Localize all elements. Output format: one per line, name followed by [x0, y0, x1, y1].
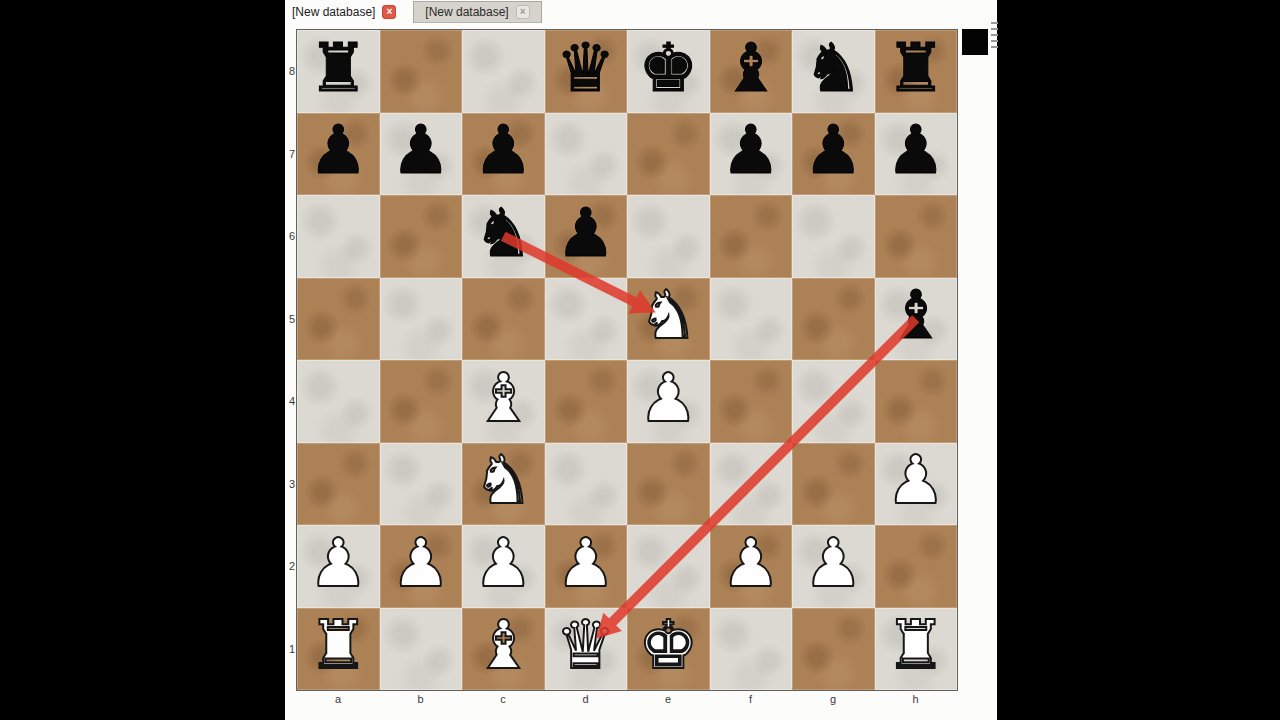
grip-tick — [991, 22, 998, 24]
square-a4[interactable] — [297, 360, 380, 443]
piece-black-bishop[interactable]: ♝ — [886, 282, 946, 349]
square-h8[interactable]: ♜ — [875, 30, 958, 113]
file-label-b: b — [380, 693, 462, 707]
square-c1[interactable]: ♝ — [462, 608, 545, 691]
square-g6[interactable] — [792, 195, 875, 278]
square-f4[interactable] — [710, 360, 793, 443]
piece-white-queen[interactable]: ♛ — [556, 612, 616, 679]
file-label-e: e — [627, 693, 709, 707]
square-d6[interactable]: ♟ — [545, 195, 628, 278]
square-g5[interactable] — [792, 278, 875, 361]
piece-white-knight[interactable]: ♞ — [473, 447, 533, 514]
piece-black-pawn[interactable]: ♟ — [721, 117, 781, 184]
rank-label-5: 5 — [285, 278, 295, 360]
file-label-c: c — [462, 693, 544, 707]
piece-black-pawn[interactable]: ♟ — [473, 117, 533, 184]
rank-label-6: 6 — [285, 195, 295, 277]
square-d4[interactable] — [545, 360, 628, 443]
square-e4[interactable]: ♟ — [627, 360, 710, 443]
square-f5[interactable] — [710, 278, 793, 361]
square-b4[interactable] — [380, 360, 463, 443]
chess-board: ♜♛♚♝♞♜♟♟♟♟♟♟♞♟♞♝♝♟♞♟♟♟♟♟♟♟♜♝♛♚♜ — [297, 30, 957, 690]
rank-label-4: 4 — [285, 360, 295, 442]
square-h7[interactable]: ♟ — [875, 113, 958, 196]
square-h1[interactable]: ♜ — [875, 608, 958, 691]
square-g1[interactable] — [792, 608, 875, 691]
square-c7[interactable]: ♟ — [462, 113, 545, 196]
square-b3[interactable] — [380, 443, 463, 526]
database-panel: [New database] × [New database] × 876543… — [285, 0, 997, 720]
piece-black-king[interactable]: ♚ — [638, 35, 698, 102]
rank-label-7: 7 — [285, 113, 295, 195]
piece-black-pawn[interactable]: ♟ — [391, 117, 451, 184]
piece-black-knight[interactable]: ♞ — [803, 35, 863, 102]
square-a1[interactable]: ♜ — [297, 608, 380, 691]
rank-label-8: 8 — [285, 30, 295, 112]
piece-white-knight[interactable]: ♞ — [638, 282, 698, 349]
square-h5[interactable]: ♝ — [875, 278, 958, 361]
square-g7[interactable]: ♟ — [792, 113, 875, 196]
square-b5[interactable] — [380, 278, 463, 361]
rank-label-1: 1 — [285, 608, 295, 690]
file-label-g: g — [792, 693, 874, 707]
square-c2[interactable]: ♟ — [462, 525, 545, 608]
square-d5[interactable] — [545, 278, 628, 361]
piece-white-pawn[interactable]: ♟ — [473, 530, 533, 597]
tab-close-icon[interactable]: × — [516, 5, 530, 19]
square-h2[interactable] — [875, 525, 958, 608]
square-e8[interactable]: ♚ — [627, 30, 710, 113]
piece-white-rook[interactable]: ♜ — [886, 612, 946, 679]
grip-tick — [991, 46, 998, 48]
piece-black-pawn[interactable]: ♟ — [886, 117, 946, 184]
rank-label-3: 3 — [285, 443, 295, 525]
square-c4[interactable]: ♝ — [462, 360, 545, 443]
square-e6[interactable] — [627, 195, 710, 278]
square-a5[interactable] — [297, 278, 380, 361]
piece-white-pawn[interactable]: ♟ — [638, 365, 698, 432]
grip-tick — [991, 28, 998, 30]
square-b6[interactable] — [380, 195, 463, 278]
square-g3[interactable] — [792, 443, 875, 526]
piece-white-pawn[interactable]: ♟ — [391, 530, 451, 597]
tab-bar: [New database] × [New database] × — [285, 0, 997, 23]
square-a3[interactable] — [297, 443, 380, 526]
tab-new-database-2[interactable]: [New database] × — [413, 1, 542, 23]
square-b2[interactable]: ♟ — [380, 525, 463, 608]
square-b8[interactable] — [380, 30, 463, 113]
piece-white-king[interactable]: ♚ — [638, 612, 698, 679]
square-e7[interactable] — [627, 113, 710, 196]
square-d2[interactable]: ♟ — [545, 525, 628, 608]
square-b1[interactable] — [380, 608, 463, 691]
square-d3[interactable] — [545, 443, 628, 526]
application-window: [New database] × [New database] × 876543… — [0, 0, 1280, 720]
tab-label: [New database] — [292, 5, 375, 19]
square-h3[interactable]: ♟ — [875, 443, 958, 526]
square-f6[interactable] — [710, 195, 793, 278]
file-label-h: h — [875, 693, 957, 707]
piece-white-pawn[interactable]: ♟ — [556, 530, 616, 597]
rank-label-2: 2 — [285, 525, 295, 607]
left-letterbox-band — [0, 0, 285, 720]
square-a6[interactable] — [297, 195, 380, 278]
square-d1[interactable]: ♛ — [545, 608, 628, 691]
square-f3[interactable] — [710, 443, 793, 526]
tab-new-database-1[interactable]: [New database] × — [290, 0, 398, 23]
square-d7[interactable] — [545, 113, 628, 196]
piece-white-pawn[interactable]: ♟ — [886, 447, 946, 514]
piece-white-pawn[interactable]: ♟ — [721, 530, 781, 597]
piece-white-bishop[interactable]: ♝ — [473, 612, 533, 679]
square-d8[interactable]: ♛ — [545, 30, 628, 113]
piece-black-pawn[interactable]: ♟ — [556, 200, 616, 267]
piece-white-pawn[interactable]: ♟ — [803, 530, 863, 597]
piece-black-queen[interactable]: ♛ — [556, 35, 616, 102]
splitter-grip[interactable] — [991, 22, 999, 56]
square-g8[interactable]: ♞ — [792, 30, 875, 113]
tab-close-icon[interactable]: × — [382, 5, 396, 19]
square-f1[interactable] — [710, 608, 793, 691]
piece-black-bishop[interactable]: ♝ — [721, 35, 781, 102]
square-f8[interactable]: ♝ — [710, 30, 793, 113]
piece-black-rook[interactable]: ♜ — [308, 35, 368, 102]
file-label-d: d — [545, 693, 627, 707]
piece-white-bishop[interactable]: ♝ — [473, 365, 533, 432]
square-e5[interactable]: ♞ — [627, 278, 710, 361]
square-g2[interactable]: ♟ — [792, 525, 875, 608]
square-c5[interactable] — [462, 278, 545, 361]
side-to-move-indicator-black — [962, 29, 988, 55]
piece-black-pawn[interactable]: ♟ — [308, 117, 368, 184]
square-e3[interactable] — [627, 443, 710, 526]
square-f2[interactable]: ♟ — [710, 525, 793, 608]
square-a8[interactable]: ♜ — [297, 30, 380, 113]
square-c6[interactable]: ♞ — [462, 195, 545, 278]
file-label-f: f — [710, 693, 792, 707]
square-c3[interactable]: ♞ — [462, 443, 545, 526]
piece-white-pawn[interactable]: ♟ — [308, 530, 368, 597]
file-label-a: a — [297, 693, 379, 707]
board-frame: ♜♛♚♝♞♜♟♟♟♟♟♟♞♟♞♝♝♟♞♟♟♟♟♟♟♟♜♝♛♚♜ — [296, 29, 958, 691]
right-letterbox-band — [997, 0, 1280, 720]
square-a2[interactable]: ♟ — [297, 525, 380, 608]
square-a7[interactable]: ♟ — [297, 113, 380, 196]
square-h4[interactable] — [875, 360, 958, 443]
piece-white-rook[interactable]: ♜ — [308, 612, 368, 679]
square-g4[interactable] — [792, 360, 875, 443]
square-e1[interactable]: ♚ — [627, 608, 710, 691]
tab-label: [New database] — [425, 5, 508, 19]
square-f7[interactable]: ♟ — [710, 113, 793, 196]
square-h6[interactable] — [875, 195, 958, 278]
square-b7[interactable]: ♟ — [380, 113, 463, 196]
piece-black-rook[interactable]: ♜ — [886, 35, 946, 102]
piece-black-knight[interactable]: ♞ — [473, 200, 533, 267]
grip-tick — [991, 34, 998, 36]
square-c8[interactable] — [462, 30, 545, 113]
square-e2[interactable] — [627, 525, 710, 608]
piece-black-pawn[interactable]: ♟ — [803, 117, 863, 184]
grip-tick — [991, 40, 998, 42]
